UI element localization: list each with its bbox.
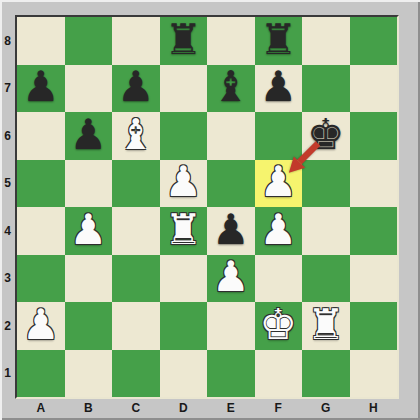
square-e4[interactable]: ♟ [207,207,255,255]
square-f5[interactable]: ♟ [255,160,303,208]
piece-black-rook-d8[interactable]: ♜ [164,19,202,61]
rank-label-4: 4 [0,207,15,255]
square-a7[interactable]: ♟ [17,65,65,113]
square-c6[interactable]: ♝ [112,112,160,160]
square-a8[interactable] [17,17,65,65]
rank-label-8: 8 [0,17,15,65]
piece-white-pawn-f5[interactable]: ♟ [259,161,297,203]
piece-white-rook-d4[interactable]: ♜ [164,209,202,251]
piece-black-pawn-f7[interactable]: ♟ [259,66,297,108]
file-label-h: H [350,399,398,417]
rank-label-1: 1 [0,350,15,398]
square-d6[interactable] [160,112,208,160]
square-d5[interactable]: ♟ [160,160,208,208]
file-label-c: C [112,399,160,417]
rank-labels: 87654321 [0,17,15,397]
square-e6[interactable] [207,112,255,160]
square-g5[interactable] [302,160,350,208]
square-h2[interactable] [350,302,398,350]
square-b5[interactable] [65,160,113,208]
square-b8[interactable] [65,17,113,65]
piece-black-bishop-e7[interactable]: ♝ [212,66,250,108]
square-h3[interactable] [350,255,398,303]
piece-white-bishop-c6[interactable]: ♝ [117,114,155,156]
square-h4[interactable] [350,207,398,255]
square-e2[interactable] [207,302,255,350]
file-label-g: G [302,399,350,417]
square-a5[interactable] [17,160,65,208]
chess-board: ♜♜♟♟♝♟♟♝♚♟♟♟♜♟♟♟♟♚♜ [15,15,399,399]
square-f8[interactable]: ♜ [255,17,303,65]
square-h5[interactable] [350,160,398,208]
board-frame: 87654321 ♜♜♟♟♝♟♟♝♚♟♟♟♜♟♟♟♟♚♜ ABCDEFGH [0,0,420,420]
piece-black-king-g6[interactable]: ♚ [307,114,345,156]
piece-white-pawn-b4[interactable]: ♟ [69,209,107,251]
square-e5[interactable] [207,160,255,208]
piece-white-pawn-a2[interactable]: ♟ [22,304,60,346]
file-label-f: F [255,399,303,417]
square-e1[interactable] [207,350,255,398]
file-label-a: A [17,399,65,417]
square-b2[interactable] [65,302,113,350]
square-g6[interactable]: ♚ [302,112,350,160]
piece-black-pawn-a7[interactable]: ♟ [22,66,60,108]
square-c1[interactable] [112,350,160,398]
square-g8[interactable] [302,17,350,65]
square-f6[interactable] [255,112,303,160]
square-d4[interactable]: ♜ [160,207,208,255]
square-f2[interactable]: ♚ [255,302,303,350]
square-h7[interactable] [350,65,398,113]
square-b7[interactable] [65,65,113,113]
square-d8[interactable]: ♜ [160,17,208,65]
square-c5[interactable] [112,160,160,208]
square-b4[interactable]: ♟ [65,207,113,255]
piece-black-rook-f8[interactable]: ♜ [259,19,297,61]
square-e8[interactable] [207,17,255,65]
square-g1[interactable] [302,350,350,398]
square-a2[interactable]: ♟ [17,302,65,350]
piece-black-pawn-c7[interactable]: ♟ [117,66,155,108]
square-c8[interactable] [112,17,160,65]
square-c2[interactable] [112,302,160,350]
square-f1[interactable] [255,350,303,398]
square-d7[interactable] [160,65,208,113]
square-d3[interactable] [160,255,208,303]
square-f3[interactable] [255,255,303,303]
square-b1[interactable] [65,350,113,398]
square-b6[interactable]: ♟ [65,112,113,160]
square-h1[interactable] [350,350,398,398]
file-label-e: E [207,399,255,417]
piece-white-rook-g2[interactable]: ♜ [307,304,345,346]
square-b3[interactable] [65,255,113,303]
square-a3[interactable] [17,255,65,303]
square-d2[interactable] [160,302,208,350]
square-a4[interactable] [17,207,65,255]
rank-label-2: 2 [0,302,15,350]
square-g4[interactable] [302,207,350,255]
square-f4[interactable]: ♟ [255,207,303,255]
square-e7[interactable]: ♝ [207,65,255,113]
square-e3[interactable]: ♟ [207,255,255,303]
file-label-d: D [160,399,208,417]
piece-white-pawn-e3[interactable]: ♟ [212,256,250,298]
rank-label-5: 5 [0,160,15,208]
rank-label-6: 6 [0,112,15,160]
square-c4[interactable] [112,207,160,255]
square-c3[interactable] [112,255,160,303]
piece-black-pawn-e4[interactable]: ♟ [212,209,250,251]
square-h8[interactable] [350,17,398,65]
file-label-b: B [65,399,113,417]
square-f7[interactable]: ♟ [255,65,303,113]
piece-white-pawn-d5[interactable]: ♟ [164,161,202,203]
square-g7[interactable] [302,65,350,113]
square-g3[interactable] [302,255,350,303]
square-h6[interactable] [350,112,398,160]
square-a1[interactable] [17,350,65,398]
board-grid: ♜♜♟♟♝♟♟♝♚♟♟♟♜♟♟♟♟♚♜ [17,17,397,397]
square-a6[interactable] [17,112,65,160]
rank-label-7: 7 [0,65,15,113]
square-d1[interactable] [160,350,208,398]
file-labels: ABCDEFGH [17,399,397,417]
piece-white-king-f2[interactable]: ♚ [259,304,297,346]
piece-white-pawn-f4[interactable]: ♟ [259,209,297,251]
square-g2[interactable]: ♜ [302,302,350,350]
rank-label-3: 3 [0,255,15,303]
piece-black-pawn-b6[interactable]: ♟ [69,114,107,156]
square-c7[interactable]: ♟ [112,65,160,113]
